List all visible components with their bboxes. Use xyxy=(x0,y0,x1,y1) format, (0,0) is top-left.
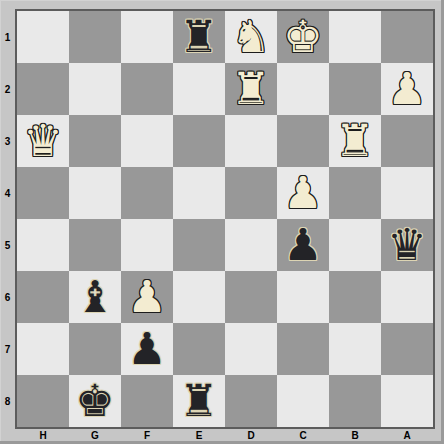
square-c6[interactable] xyxy=(277,271,329,323)
square-b4[interactable] xyxy=(329,167,381,219)
square-h8[interactable] xyxy=(17,375,69,427)
square-g7[interactable] xyxy=(69,323,121,375)
square-b5[interactable] xyxy=(329,219,381,271)
square-f7[interactable]: ♟ xyxy=(121,323,173,375)
square-f4[interactable] xyxy=(121,167,173,219)
square-h2[interactable] xyxy=(17,63,69,115)
piece-white-rook-d2[interactable]: ♜ xyxy=(225,63,277,115)
square-e5[interactable] xyxy=(173,219,225,271)
square-d2[interactable]: ♜ xyxy=(225,63,277,115)
square-e6[interactable] xyxy=(173,271,225,323)
square-f6[interactable]: ♟ xyxy=(121,271,173,323)
square-h6[interactable] xyxy=(17,271,69,323)
piece-white-king-c1[interactable]: ♚ xyxy=(277,11,329,63)
rank-labels: 12345678 xyxy=(0,11,15,427)
piece-white-rook-b3[interactable]: ♜ xyxy=(329,115,381,167)
square-e8[interactable]: ♜ xyxy=(173,375,225,427)
file-labels: HGFEDCBA xyxy=(17,428,433,442)
piece-white-pawn-c4[interactable]: ♟ xyxy=(277,167,329,219)
square-b1[interactable] xyxy=(329,11,381,63)
piece-black-king-g8[interactable]: ♚ xyxy=(69,375,121,427)
piece-white-pawn-a2[interactable]: ♟ xyxy=(381,63,433,115)
piece-black-queen-a5[interactable]: ♛ xyxy=(381,219,433,271)
square-a1[interactable] xyxy=(381,11,433,63)
square-a7[interactable] xyxy=(381,323,433,375)
file-label-c: C xyxy=(277,428,329,442)
square-h1[interactable] xyxy=(17,11,69,63)
piece-black-pawn-c5[interactable]: ♟ xyxy=(277,219,329,271)
square-a4[interactable] xyxy=(381,167,433,219)
square-g6[interactable]: ♝ xyxy=(69,271,121,323)
file-label-f: F xyxy=(121,428,173,442)
square-e4[interactable] xyxy=(173,167,225,219)
square-d3[interactable] xyxy=(225,115,277,167)
rank-label-4: 4 xyxy=(0,167,15,219)
square-d4[interactable] xyxy=(225,167,277,219)
file-label-h: H xyxy=(17,428,69,442)
rank-label-1: 1 xyxy=(0,11,15,63)
piece-black-rook-e1[interactable]: ♜ xyxy=(173,11,225,63)
file-label-d: D xyxy=(225,428,277,442)
square-a3[interactable] xyxy=(381,115,433,167)
square-e2[interactable] xyxy=(173,63,225,115)
square-c5[interactable]: ♟ xyxy=(277,219,329,271)
chess-board: ♜♞♚♜♟♛♜♟♟♛♝♟♟♚♜ xyxy=(15,9,435,429)
square-g4[interactable] xyxy=(69,167,121,219)
square-c1[interactable]: ♚ xyxy=(277,11,329,63)
square-f3[interactable] xyxy=(121,115,173,167)
piece-black-bishop-g6[interactable]: ♝ xyxy=(69,271,121,323)
rank-label-5: 5 xyxy=(0,219,15,271)
square-f2[interactable] xyxy=(121,63,173,115)
square-g8[interactable]: ♚ xyxy=(69,375,121,427)
square-c4[interactable]: ♟ xyxy=(277,167,329,219)
chess-board-frame: 12345678 ♜♞♚♜♟♛♜♟♟♛♝♟♟♚♜ HGFEDCBA xyxy=(0,0,444,444)
square-h3[interactable]: ♛ xyxy=(17,115,69,167)
file-label-b: B xyxy=(329,428,381,442)
square-h7[interactable] xyxy=(17,323,69,375)
square-b8[interactable] xyxy=(329,375,381,427)
rank-label-8: 8 xyxy=(0,375,15,427)
piece-white-knight-d1[interactable]: ♞ xyxy=(225,11,277,63)
square-e1[interactable]: ♜ xyxy=(173,11,225,63)
square-f1[interactable] xyxy=(121,11,173,63)
square-d5[interactable] xyxy=(225,219,277,271)
square-d6[interactable] xyxy=(225,271,277,323)
square-b7[interactable] xyxy=(329,323,381,375)
square-c3[interactable] xyxy=(277,115,329,167)
square-c8[interactable] xyxy=(277,375,329,427)
square-b6[interactable] xyxy=(329,271,381,323)
rank-label-7: 7 xyxy=(0,323,15,375)
rank-label-2: 2 xyxy=(0,63,15,115)
square-c7[interactable] xyxy=(277,323,329,375)
file-label-a: A xyxy=(381,428,433,442)
file-label-g: G xyxy=(69,428,121,442)
file-label-e: E xyxy=(173,428,225,442)
square-c2[interactable] xyxy=(277,63,329,115)
piece-white-pawn-f6[interactable]: ♟ xyxy=(121,271,173,323)
square-f8[interactable] xyxy=(121,375,173,427)
square-d8[interactable] xyxy=(225,375,277,427)
square-g1[interactable] xyxy=(69,11,121,63)
piece-black-rook-e8[interactable]: ♜ xyxy=(173,375,225,427)
square-g3[interactable] xyxy=(69,115,121,167)
piece-black-pawn-f7[interactable]: ♟ xyxy=(121,323,173,375)
square-g2[interactable] xyxy=(69,63,121,115)
square-e7[interactable] xyxy=(173,323,225,375)
square-b3[interactable]: ♜ xyxy=(329,115,381,167)
square-a8[interactable] xyxy=(381,375,433,427)
rank-label-3: 3 xyxy=(0,115,15,167)
square-h4[interactable] xyxy=(17,167,69,219)
rank-label-6: 6 xyxy=(0,271,15,323)
square-h5[interactable] xyxy=(17,219,69,271)
square-e3[interactable] xyxy=(173,115,225,167)
square-d7[interactable] xyxy=(225,323,277,375)
square-a5[interactable]: ♛ xyxy=(381,219,433,271)
square-a2[interactable]: ♟ xyxy=(381,63,433,115)
square-f5[interactable] xyxy=(121,219,173,271)
square-g5[interactable] xyxy=(69,219,121,271)
square-d1[interactable]: ♞ xyxy=(225,11,277,63)
piece-white-queen-h3[interactable]: ♛ xyxy=(17,115,69,167)
square-b2[interactable] xyxy=(329,63,381,115)
square-a6[interactable] xyxy=(381,271,433,323)
